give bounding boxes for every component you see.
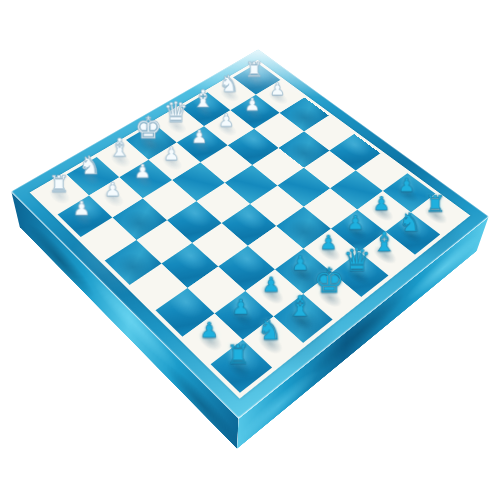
piece-contact-shadow [186, 135, 214, 155]
piece-contact-shadow [240, 103, 267, 122]
piece-contact-shadow [367, 201, 397, 224]
piece-contact-shadow [191, 101, 218, 120]
piece-contact-shadow [136, 132, 163, 152]
piece-contact-shadow [46, 184, 75, 207]
piece-contact-shadow [226, 303, 258, 330]
piece-contact-shadow [107, 149, 135, 170]
piece-contact-shadow [314, 284, 346, 311]
piece-contact-shadow [77, 166, 105, 188]
piece-contact-shadow [129, 169, 157, 191]
chess-board: ♜♟♟♜♞♟♟♞♝♟♟♝♛♟♟♛♚♟♟♚♝♟♟♝♞♟♟♞♜♟♟♜ [11, 50, 488, 419]
piece-contact-shadow [254, 329, 287, 358]
piece-contact-shadow [256, 281, 288, 307]
piece-contact-shadow [158, 152, 186, 173]
board-top-frame: ♜♟♟♜♞♟♟♞♝♟♟♝♛♟♟♛♚♟♟♚♝♟♟♝♞♟♟♞♜♟♟♜ [11, 50, 488, 419]
playfield-border: ♜♟♟♜♞♟♟♞♝♟♟♝♛♟♟♛♚♟♟♚♝♟♟♝♞♟♟♞♜♟♟♜ [30, 60, 471, 399]
piece-contact-shadow [242, 71, 268, 89]
piece-contact-shadow [214, 119, 241, 139]
piece-contact-shadow [421, 204, 451, 227]
checkerboard: ♜♟♟♜♞♟♟♞♝♟♟♝♛♟♟♛♚♟♟♚♝♟♟♝♞♟♟♞♜♟♟♜ [35, 63, 464, 393]
piece-contact-shadow [68, 206, 97, 229]
piece-contact-shadow [265, 88, 292, 107]
piece-contact-shadow [370, 242, 401, 267]
product-photo-scene: ♜♟♟♜♞♟♟♞♝♟♟♝♛♟♟♛♚♟♟♚♝♟♟♝♞♟♟♞♜♟♟♜ [0, 0, 500, 500]
piece-contact-shadow [194, 326, 227, 355]
piece-contact-shadow [222, 353, 256, 383]
piece-contact-shadow [99, 187, 128, 210]
square-f3 [143, 180, 197, 220]
piece-contact-shadow [285, 306, 318, 334]
square-g3 [112, 198, 167, 240]
piece-white-knight-g1: ♞ [70, 153, 109, 178]
piece-contact-shadow [286, 260, 317, 285]
piece-contact-shadow [217, 85, 243, 103]
square-c7: ♟ [331, 210, 386, 252]
piece-contact-shadow [164, 116, 191, 136]
piece-contact-shadow [393, 183, 423, 205]
piece-contact-shadow [314, 239, 345, 264]
